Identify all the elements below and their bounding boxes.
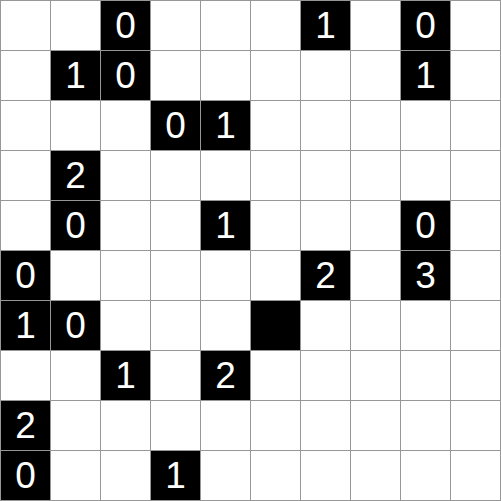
cell-r4c10[interactable] bbox=[451, 151, 500, 200]
cell-r1c2[interactable] bbox=[51, 1, 100, 50]
cell-r9c7[interactable] bbox=[301, 401, 350, 450]
cell-r4c4[interactable] bbox=[151, 151, 200, 200]
cell-r1c1[interactable] bbox=[1, 1, 50, 50]
cell-r9c2[interactable] bbox=[51, 401, 100, 450]
clue-cell-r4c2: 2 bbox=[51, 151, 100, 200]
cell-r6c8[interactable] bbox=[351, 251, 400, 300]
cell-r10c10[interactable] bbox=[451, 451, 500, 500]
cell-r6c2[interactable] bbox=[51, 251, 100, 300]
cell-r3c1[interactable] bbox=[1, 101, 50, 150]
cell-r7c4[interactable] bbox=[151, 301, 200, 350]
cell-r10c3[interactable] bbox=[101, 451, 150, 500]
cell-r8c7[interactable] bbox=[301, 351, 350, 400]
black-cell-r7c6 bbox=[251, 301, 300, 350]
cell-r5c10[interactable] bbox=[451, 201, 500, 250]
cell-r8c10[interactable] bbox=[451, 351, 500, 400]
clue-cell-r6c7: 2 bbox=[301, 251, 350, 300]
cell-r9c8[interactable] bbox=[351, 401, 400, 450]
clue-cell-r3c5: 1 bbox=[201, 101, 250, 150]
clue-cell-r8c5: 2 bbox=[201, 351, 250, 400]
cell-r2c4[interactable] bbox=[151, 51, 200, 100]
cell-r9c10[interactable] bbox=[451, 401, 500, 450]
cell-r6c10[interactable] bbox=[451, 251, 500, 300]
cell-r8c1[interactable] bbox=[1, 351, 50, 400]
cell-r2c10[interactable] bbox=[451, 51, 500, 100]
cell-r2c1[interactable] bbox=[1, 51, 50, 100]
cell-r6c6[interactable] bbox=[251, 251, 300, 300]
cell-r5c6[interactable] bbox=[251, 201, 300, 250]
cell-r9c5[interactable] bbox=[201, 401, 250, 450]
cell-r8c2[interactable] bbox=[51, 351, 100, 400]
cell-r10c9[interactable] bbox=[401, 451, 450, 500]
cell-r4c5[interactable] bbox=[201, 151, 250, 200]
cell-r8c8[interactable] bbox=[351, 351, 400, 400]
cell-r5c7[interactable] bbox=[301, 201, 350, 250]
puzzle-board: 0101010120100231012201 bbox=[0, 0, 501, 501]
clue-cell-r10c4: 1 bbox=[151, 451, 200, 500]
clue-cell-r1c9: 0 bbox=[401, 1, 450, 50]
cell-r2c5[interactable] bbox=[201, 51, 250, 100]
cell-r9c6[interactable] bbox=[251, 401, 300, 450]
cell-r1c10[interactable] bbox=[451, 1, 500, 50]
cell-r2c8[interactable] bbox=[351, 51, 400, 100]
cell-r3c9[interactable] bbox=[401, 101, 450, 150]
cell-r2c7[interactable] bbox=[301, 51, 350, 100]
cell-r7c7[interactable] bbox=[301, 301, 350, 350]
cell-r4c6[interactable] bbox=[251, 151, 300, 200]
cell-r10c6[interactable] bbox=[251, 451, 300, 500]
cell-r9c9[interactable] bbox=[401, 401, 450, 450]
cell-r3c3[interactable] bbox=[101, 101, 150, 150]
cell-r4c3[interactable] bbox=[101, 151, 150, 200]
cell-r9c3[interactable] bbox=[101, 401, 150, 450]
clue-cell-r8c3: 1 bbox=[101, 351, 150, 400]
cell-r5c1[interactable] bbox=[1, 201, 50, 250]
cell-r6c5[interactable] bbox=[201, 251, 250, 300]
clue-cell-r6c9: 3 bbox=[401, 251, 450, 300]
cell-r3c2[interactable] bbox=[51, 101, 100, 150]
cell-r6c4[interactable] bbox=[151, 251, 200, 300]
cell-r7c5[interactable] bbox=[201, 301, 250, 350]
cell-r6c3[interactable] bbox=[101, 251, 150, 300]
cell-r10c7[interactable] bbox=[301, 451, 350, 500]
clue-cell-r10c1: 0 bbox=[1, 451, 50, 500]
cell-r8c6[interactable] bbox=[251, 351, 300, 400]
cell-r3c8[interactable] bbox=[351, 101, 400, 150]
cell-r4c7[interactable] bbox=[301, 151, 350, 200]
cell-r2c6[interactable] bbox=[251, 51, 300, 100]
cell-r5c8[interactable] bbox=[351, 201, 400, 250]
clue-cell-r7c2: 0 bbox=[51, 301, 100, 350]
clue-cell-r1c7: 1 bbox=[301, 1, 350, 50]
clue-cell-r5c5: 1 bbox=[201, 201, 250, 250]
cell-r8c4[interactable] bbox=[151, 351, 200, 400]
cell-r7c10[interactable] bbox=[451, 301, 500, 350]
clue-cell-r5c2: 0 bbox=[51, 201, 100, 250]
cell-r1c8[interactable] bbox=[351, 1, 400, 50]
cell-r3c6[interactable] bbox=[251, 101, 300, 150]
clue-cell-r6c1: 0 bbox=[1, 251, 50, 300]
cell-r9c4[interactable] bbox=[151, 401, 200, 450]
cell-r1c5[interactable] bbox=[201, 1, 250, 50]
clue-cell-r2c2: 1 bbox=[51, 51, 100, 100]
cell-r3c7[interactable] bbox=[301, 101, 350, 150]
cell-r7c8[interactable] bbox=[351, 301, 400, 350]
cell-r5c3[interactable] bbox=[101, 201, 150, 250]
cell-r4c1[interactable] bbox=[1, 151, 50, 200]
cell-r10c5[interactable] bbox=[201, 451, 250, 500]
clue-cell-r1c3: 0 bbox=[101, 1, 150, 50]
clue-cell-r9c1: 2 bbox=[1, 401, 50, 450]
cell-r5c4[interactable] bbox=[151, 201, 200, 250]
clue-cell-r2c3: 0 bbox=[101, 51, 150, 100]
cell-r1c4[interactable] bbox=[151, 1, 200, 50]
clue-cell-r2c9: 1 bbox=[401, 51, 450, 100]
cell-r3c10[interactable] bbox=[451, 101, 500, 150]
cell-r7c3[interactable] bbox=[101, 301, 150, 350]
cell-r10c2[interactable] bbox=[51, 451, 100, 500]
cell-r7c9[interactable] bbox=[401, 301, 450, 350]
cell-r1c6[interactable] bbox=[251, 1, 300, 50]
clue-cell-r7c1: 1 bbox=[1, 301, 50, 350]
clue-cell-r5c9: 0 bbox=[401, 201, 450, 250]
cell-r10c8[interactable] bbox=[351, 451, 400, 500]
cell-r8c9[interactable] bbox=[401, 351, 450, 400]
cell-r4c9[interactable] bbox=[401, 151, 450, 200]
cell-r4c8[interactable] bbox=[351, 151, 400, 200]
clue-cell-r3c4: 0 bbox=[151, 101, 200, 150]
